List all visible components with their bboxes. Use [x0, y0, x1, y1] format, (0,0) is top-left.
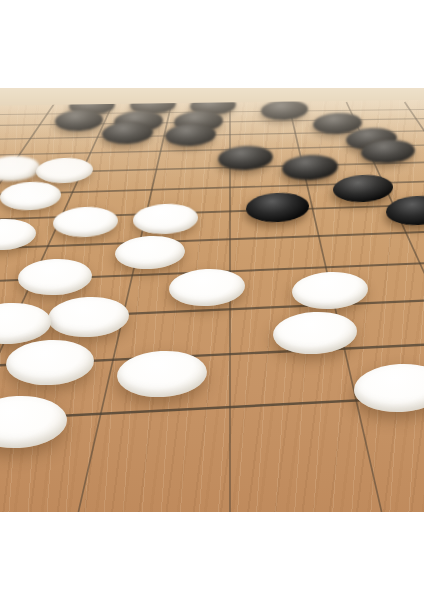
- go-board-photo: [0, 88, 424, 512]
- white-stone-A12: [0, 393, 68, 450]
- white-stone-E10: [272, 310, 358, 356]
- white-stone-C8: [114, 234, 186, 271]
- black-stone-H4: [361, 139, 416, 165]
- white-stone-D9: [168, 267, 246, 308]
- white-stone-B5: [35, 156, 93, 184]
- white-stone-B7: [53, 205, 120, 238]
- white-stone-A5: [0, 154, 41, 182]
- white-stone-F9: [291, 270, 369, 311]
- white-stone-A11: [5, 337, 95, 387]
- black-stone-E3: [164, 123, 216, 147]
- white-stone-A6: [0, 181, 61, 212]
- black-stone-D3: [101, 121, 153, 145]
- photo-canvas: [0, 0, 424, 600]
- white-stone-C11: [116, 348, 208, 399]
- white-stone-C7: [132, 202, 198, 235]
- black-stone-E7: [245, 191, 309, 223]
- white-stone-A8: [0, 218, 37, 253]
- white-stone-A10: [0, 301, 52, 346]
- black-stone-H7: [386, 194, 424, 226]
- black-stone-F5: [281, 153, 338, 181]
- black-stone-F1: [260, 99, 308, 121]
- white-stone-G11: [352, 362, 424, 415]
- white-stone-B9: [17, 257, 93, 296]
- white-stone-B10: [47, 295, 130, 339]
- black-stone-G6: [333, 173, 394, 203]
- black-stone-C2: [54, 108, 103, 131]
- black-stone-E4: [217, 145, 273, 172]
- stones-layer: [0, 88, 424, 512]
